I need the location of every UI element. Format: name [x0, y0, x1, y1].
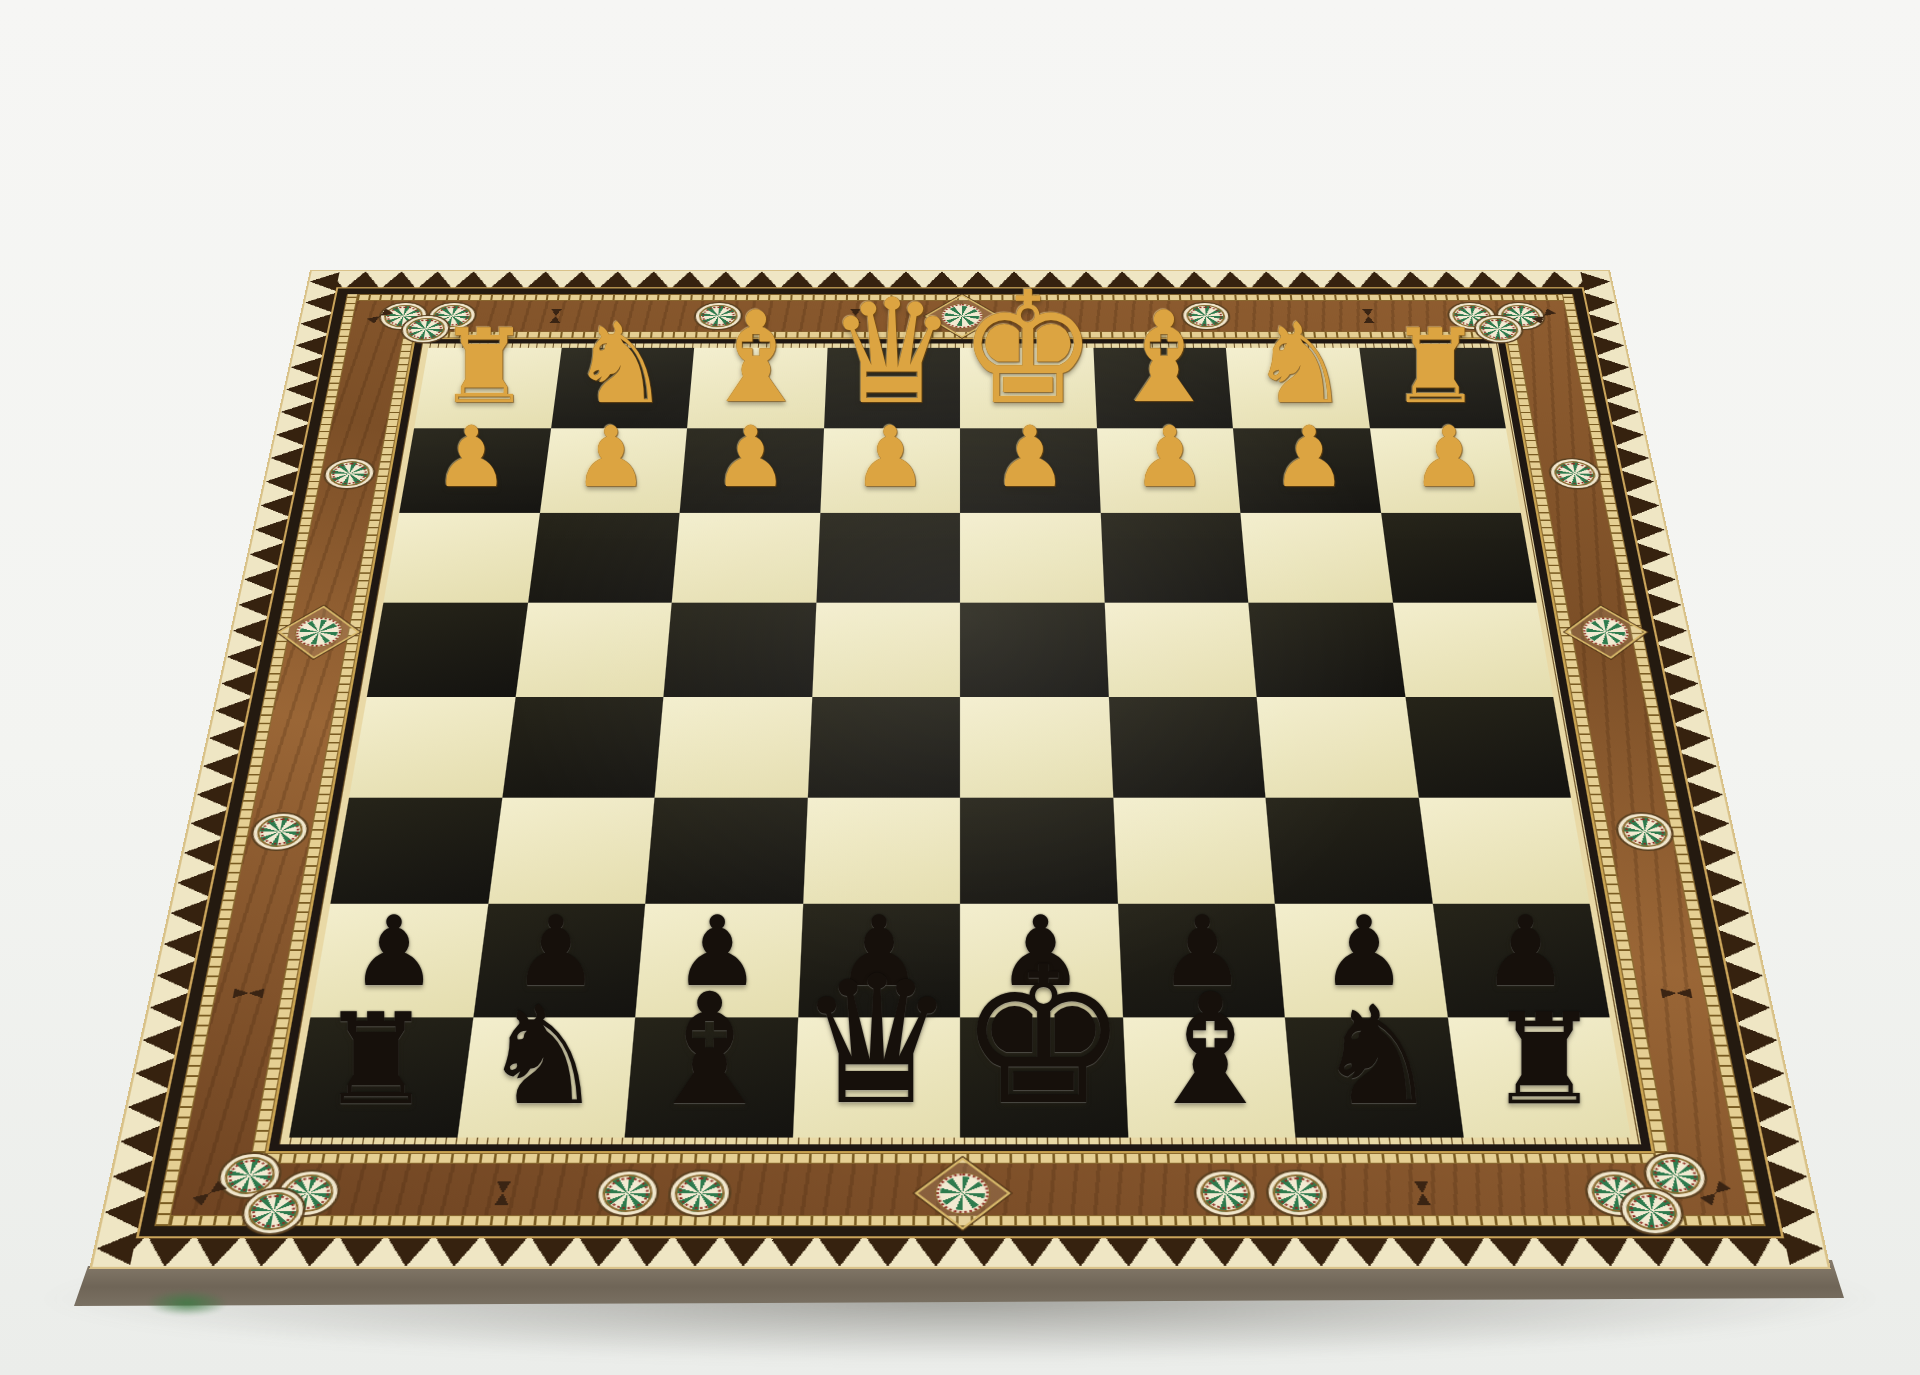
- square: [792, 1017, 960, 1138]
- square: [528, 513, 680, 602]
- square: [960, 697, 1113, 797]
- square: [635, 904, 802, 1017]
- square: [1381, 513, 1537, 602]
- square: [383, 513, 539, 602]
- triangle-border-band-top: [308, 271, 1612, 287]
- bowtie-motif: [1658, 977, 1694, 1009]
- square: [330, 797, 501, 903]
- red-dot-ring: [701, 307, 735, 326]
- board-photo: ♜♞♝♛♚♝♞♜♟♟♟♟♟♟♟♟♟♟♟♟♟♟♟♟♜♞♝♛♚♝♞♜: [0, 0, 1920, 1375]
- square: [1418, 797, 1589, 903]
- square: [1265, 797, 1432, 903]
- square: [960, 428, 1100, 513]
- red-dot-ring: [407, 320, 443, 339]
- square: [687, 348, 827, 428]
- square: [960, 602, 1108, 697]
- square: [1405, 697, 1571, 797]
- square: [625, 1017, 798, 1138]
- square: [1108, 697, 1265, 797]
- square: [680, 428, 824, 513]
- square: [960, 904, 1122, 1017]
- square: [1257, 697, 1419, 797]
- triangle-border-band-bottom: [92, 1238, 1827, 1267]
- diamond-medallion: [929, 297, 994, 335]
- square: [349, 697, 515, 797]
- square: [1122, 1017, 1295, 1138]
- square: [488, 797, 655, 903]
- bowtie-motif: [230, 977, 266, 1009]
- bowtie-motif: [837, 309, 874, 323]
- bowtie-motif: [1398, 1181, 1448, 1205]
- red-dot-ring: [1628, 1195, 1676, 1227]
- square: [824, 348, 960, 428]
- red-dot-ring: [1623, 819, 1666, 845]
- square: [1096, 428, 1240, 513]
- square: [645, 797, 807, 903]
- square: [551, 348, 695, 428]
- playing-field: [289, 348, 1631, 1138]
- square: [539, 428, 687, 513]
- diamond-medallion: [278, 609, 359, 655]
- square: [798, 904, 960, 1017]
- square: [803, 797, 960, 903]
- square: [502, 697, 664, 797]
- square: [1226, 348, 1370, 428]
- square: [1104, 602, 1256, 697]
- square: [1285, 1017, 1463, 1138]
- red-dot-ring: [1189, 307, 1223, 326]
- square: [414, 348, 561, 428]
- square: [1359, 348, 1506, 428]
- square: [1233, 428, 1381, 513]
- square: [960, 797, 1117, 903]
- red-dot-ring: [250, 1195, 298, 1227]
- square: [1392, 602, 1553, 697]
- square: [655, 697, 812, 797]
- red-dot-ring: [330, 463, 368, 484]
- square: [473, 904, 645, 1017]
- square: [1275, 904, 1447, 1017]
- diamond-medallion: [1566, 609, 1647, 655]
- square: [1447, 1017, 1631, 1138]
- square: [663, 602, 815, 697]
- square: [960, 348, 1096, 428]
- red-dot-ring: [942, 304, 983, 328]
- square: [1117, 904, 1284, 1017]
- red-dot-ring: [258, 819, 301, 845]
- diamond-medallion: [920, 1162, 1005, 1225]
- square: [672, 513, 820, 602]
- square: [1240, 513, 1392, 602]
- red-dot-ring: [226, 1160, 274, 1191]
- square: [457, 1017, 635, 1138]
- bowtie-motif: [478, 1181, 528, 1205]
- square: [960, 513, 1104, 602]
- red-dot-ring: [1203, 1177, 1247, 1209]
- square: [1100, 513, 1248, 602]
- red-dot-ring: [1275, 1177, 1320, 1209]
- bowtie-motif: [1349, 309, 1388, 323]
- square: [1248, 602, 1405, 697]
- square: [960, 1017, 1128, 1138]
- red-dot-ring: [1556, 463, 1594, 484]
- red-dot-ring: [605, 1177, 650, 1209]
- square: [399, 428, 550, 513]
- square: [1369, 428, 1520, 513]
- square: [1432, 904, 1609, 1017]
- bowtie-motif: [536, 309, 574, 323]
- square: [1093, 348, 1233, 428]
- square: [367, 602, 528, 697]
- square: [816, 513, 960, 602]
- red-dot-ring: [936, 1173, 989, 1213]
- chessboard: [89, 270, 1831, 1269]
- square: [820, 428, 960, 513]
- red-dot-ring: [678, 1177, 722, 1209]
- square: [515, 602, 672, 697]
- red-dot-ring: [1481, 320, 1517, 339]
- square: [1113, 797, 1275, 903]
- square: [812, 602, 960, 697]
- square: [807, 697, 960, 797]
- square: [310, 904, 487, 1017]
- square: [289, 1017, 473, 1138]
- green-felt-glimpse: [148, 1291, 226, 1315]
